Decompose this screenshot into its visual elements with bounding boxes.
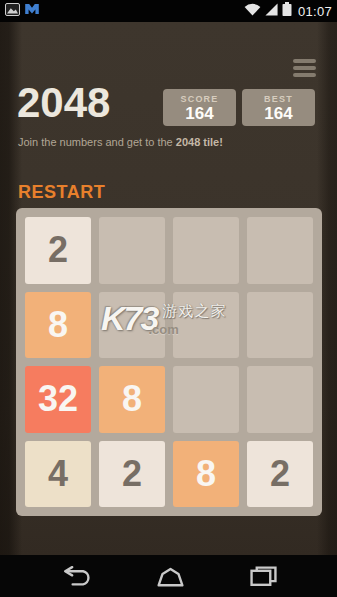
tile-4: 4 xyxy=(25,441,91,508)
restart-button[interactable]: RESTART xyxy=(18,182,105,203)
tile-8: 8 xyxy=(173,441,239,508)
signal-icon xyxy=(265,2,278,20)
recents-icon[interactable] xyxy=(250,566,277,587)
cell-empty xyxy=(99,217,165,284)
best-box: BEST 164 xyxy=(242,89,315,126)
subtitle: Join the numbers and get to the 2048 til… xyxy=(18,136,223,148)
cell-empty xyxy=(247,366,313,433)
tile-8: 8 xyxy=(25,292,91,359)
cell-empty xyxy=(247,217,313,284)
tile-8: 8 xyxy=(99,366,165,433)
phone-screen: 01:07 2048 SCORE 164 BEST 164 Join the n… xyxy=(0,0,337,597)
hamburger-menu-icon[interactable] xyxy=(293,59,316,80)
board-grid[interactable]: 283284282 xyxy=(16,208,322,516)
score-box: SCORE 164 xyxy=(163,89,236,126)
subtitle-goal: 2048 tile! xyxy=(176,136,223,148)
cell-empty xyxy=(173,217,239,284)
wifi-icon xyxy=(244,2,261,20)
back-icon[interactable] xyxy=(60,566,91,587)
status-clock: 01:07 xyxy=(298,4,332,19)
score-label: SCORE xyxy=(163,94,236,104)
screenshot-icon xyxy=(5,2,20,20)
android-nav-bar xyxy=(0,555,337,597)
malwarebytes-icon xyxy=(24,1,40,21)
cell-empty xyxy=(99,292,165,359)
tile-2: 2 xyxy=(25,217,91,284)
cell-empty xyxy=(173,292,239,359)
page-title: 2048 xyxy=(17,82,110,124)
tile-32: 32 xyxy=(25,366,91,433)
best-value: 164 xyxy=(242,104,315,124)
tile-2: 2 xyxy=(247,441,313,508)
battery-icon xyxy=(282,2,292,20)
best-label: BEST xyxy=(242,94,315,104)
status-bar-right: 01:07 xyxy=(244,2,332,20)
home-icon[interactable] xyxy=(155,566,186,587)
cell-empty xyxy=(247,292,313,359)
status-bar-left xyxy=(5,1,40,21)
status-bar: 01:07 xyxy=(0,0,337,22)
tile-2: 2 xyxy=(99,441,165,508)
score-value: 164 xyxy=(163,104,236,124)
app-main: 2048 SCORE 164 BEST 164 Join the numbers… xyxy=(0,22,337,555)
cell-empty xyxy=(173,366,239,433)
subtitle-text: Join the numbers and get to the xyxy=(18,136,176,148)
